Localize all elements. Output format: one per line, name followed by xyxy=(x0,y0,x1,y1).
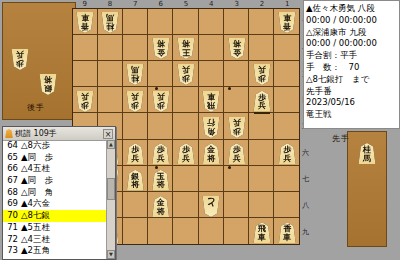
shogi-piece-icon xyxy=(5,129,13,138)
board-cell xyxy=(249,140,274,166)
move-text: ▲2五角 xyxy=(21,245,50,257)
board-cell xyxy=(199,166,224,192)
file-label: 7 xyxy=(123,0,148,8)
move-number: 72 xyxy=(3,234,18,246)
piece-2三-歩兵: 歩兵 xyxy=(253,64,271,85)
piece-6二-金将: 金将 xyxy=(152,38,170,59)
scroll-up-icon[interactable]: ▲ xyxy=(107,140,115,149)
board-cell xyxy=(249,166,274,192)
hand-piece-歩兵: 歩兵 xyxy=(11,49,29,70)
hand-piece-銀将: 銀将 xyxy=(39,74,57,95)
info-line: ▲佐々木勇気 八段 xyxy=(306,3,397,15)
kifu-move-row[interactable]: 71▲5五桂 xyxy=(3,222,106,234)
kifu-move-row[interactable]: 64△8六歩 xyxy=(3,140,106,152)
close-icon[interactable]: × xyxy=(103,129,113,139)
info-line: 00:00 / 00:00:00 xyxy=(306,15,397,27)
board-cell xyxy=(123,218,148,244)
board-cell xyxy=(173,166,198,192)
move-number: 71 xyxy=(3,222,18,234)
board-cell xyxy=(199,35,224,61)
board-cell xyxy=(173,218,198,244)
game-info-panel: ▲佐々木勇気 八段00:00 / 00:00:00△深浦康市 九段00:00 /… xyxy=(303,0,400,129)
piece-6四-歩兵: 歩兵 xyxy=(152,91,170,112)
file-coordinates: 987654321 xyxy=(72,0,300,8)
kifu-move-row[interactable]: 69▲4六金 xyxy=(3,198,106,210)
file-label: 3 xyxy=(224,0,249,8)
move-number: 65 xyxy=(3,152,18,164)
piece-8一-桂馬: 桂馬 xyxy=(101,12,119,33)
move-number: 68 xyxy=(3,187,18,199)
board-cell xyxy=(123,192,148,218)
piece-5六-歩兵: 歩兵 xyxy=(177,143,195,164)
board-cell xyxy=(224,61,249,87)
move-text: △同 角 xyxy=(21,187,53,199)
board-cell xyxy=(148,9,173,35)
file-label: 8 xyxy=(97,0,122,8)
hoshi-dot xyxy=(155,166,158,169)
move-text: △4三桂 xyxy=(21,234,50,246)
piece-6六-歩兵: 歩兵 xyxy=(152,143,170,164)
piece-2四-歩兵: 歩兵 xyxy=(253,91,271,112)
piece-6七-玉将: 玉将 xyxy=(152,170,170,191)
hoshi-dot xyxy=(155,87,158,90)
piece-7三-桂馬: 桂馬 xyxy=(126,64,144,85)
board-cell xyxy=(148,61,173,87)
move-text: ▲4六金 xyxy=(21,198,50,210)
file-label: 2 xyxy=(249,0,274,8)
piece-9四-歩兵: 歩兵 xyxy=(76,91,94,112)
kifu-move-row[interactable]: 68△同 角 xyxy=(3,187,106,199)
piece-5二-王将: 王将 xyxy=(177,38,195,59)
kifu-move-row[interactable]: 65▲同 歩 xyxy=(3,152,106,164)
board-cell xyxy=(249,113,274,139)
file-label: 9 xyxy=(72,0,97,8)
board-cell xyxy=(123,9,148,35)
scroll-down-icon[interactable]: ▼ xyxy=(107,250,115,259)
kifu-move-row[interactable]: 67▲同 歩 xyxy=(3,175,106,187)
board-cell xyxy=(274,166,299,192)
piece-3二-金将: 金将 xyxy=(228,38,246,59)
piece-1一-香車: 香車 xyxy=(278,12,296,33)
info-line: △深浦康市 九段 xyxy=(306,27,397,39)
board-cell xyxy=(249,9,274,35)
move-number: 73 xyxy=(3,245,18,257)
info-line: 2023/05/16 xyxy=(306,97,397,109)
board-cell xyxy=(98,87,123,113)
move-text: ▲同 歩 xyxy=(21,152,53,164)
board-cell xyxy=(224,9,249,35)
board-cell xyxy=(98,61,123,87)
piece-9一-香車: 香車 xyxy=(76,12,94,33)
board-cell xyxy=(224,166,249,192)
rank-label: 七 xyxy=(301,166,310,192)
piece-3五-歩兵: 歩兵 xyxy=(228,117,246,138)
file-label: 5 xyxy=(173,0,198,8)
board-cell xyxy=(199,61,224,87)
kifu-window: 棋譜 109手 × 64△8六歩65▲同 歩66△4五桂67▲同 歩68△同 角… xyxy=(2,126,116,260)
rank-label: 六 xyxy=(301,140,310,166)
board-cell xyxy=(173,87,198,113)
sente-hand-stand: 先手 桂馬 xyxy=(347,131,387,247)
board-cell xyxy=(199,218,224,244)
board-cell xyxy=(274,192,299,218)
move-number: 64 xyxy=(3,140,18,152)
kifu-move-row[interactable]: 66△4五桂 xyxy=(3,163,106,175)
file-label: 1 xyxy=(275,0,300,8)
rank-label: 九 xyxy=(301,219,310,245)
kifu-title-text: 棋譜 109手 xyxy=(15,128,103,139)
move-text: ▲5五桂 xyxy=(21,222,50,234)
kifu-move-row[interactable]: 72△4三桂 xyxy=(3,234,106,246)
hoshi-dot xyxy=(228,87,231,90)
board-cell xyxy=(123,113,148,139)
move-text: △8七銀 xyxy=(21,210,50,222)
gote-hand-stand: 後手 歩兵銀将 xyxy=(2,2,76,120)
info-line: 00:00 / 00:00:00 xyxy=(306,38,397,50)
piece-1六-歩兵: 歩兵 xyxy=(278,143,296,164)
info-line: 竜王戦 xyxy=(306,109,397,121)
board-cell xyxy=(274,35,299,61)
hand-piece-桂馬: 桂馬 xyxy=(358,143,376,164)
board-cell xyxy=(199,9,224,35)
board-cell xyxy=(173,113,198,139)
file-label: 4 xyxy=(199,0,224,8)
piece-7六-歩兵: 歩兵 xyxy=(126,143,144,164)
board-cell xyxy=(73,35,98,61)
file-label: 6 xyxy=(148,0,173,8)
board-cell xyxy=(249,35,274,61)
move-number: 70 xyxy=(3,210,18,222)
piece-3六-歩兵: 歩兵 xyxy=(228,143,246,164)
board-cell xyxy=(224,87,249,113)
move-text: ▲同 歩 xyxy=(21,175,53,187)
info-line: △8七銀打 まで xyxy=(306,74,397,86)
scrollbar-thumb[interactable] xyxy=(107,178,115,200)
kifu-titlebar[interactable]: 棋譜 109手 × xyxy=(3,127,115,141)
board-cell xyxy=(148,218,173,244)
board-cell xyxy=(73,61,98,87)
hoshi-dot xyxy=(228,166,231,169)
move-number: 67 xyxy=(3,175,18,187)
move-number: 69 xyxy=(3,198,18,210)
board-cell xyxy=(173,9,198,35)
board-cell xyxy=(274,113,299,139)
board-cell xyxy=(224,192,249,218)
board-cell xyxy=(249,192,274,218)
gote-label: 後手 xyxy=(27,102,45,113)
move-text: △4五桂 xyxy=(21,163,50,175)
sente-label: 先手 xyxy=(332,133,350,144)
info-line: 先手番 xyxy=(306,86,397,98)
board-cell xyxy=(148,113,173,139)
info-line: 手合割：平手 xyxy=(306,50,397,62)
shogi-app-window: 後手 歩兵銀将 987654321 香車桂馬香車金将王将金将桂馬歩兵歩兵歩兵歩兵… xyxy=(0,0,400,260)
piece-4四-飛車: 飛車 xyxy=(202,91,220,112)
piece-1九-香車: 香車 xyxy=(278,222,296,243)
board-cell xyxy=(98,35,123,61)
board-cell xyxy=(123,35,148,61)
board-cell xyxy=(173,192,198,218)
move-list: 64△8六歩65▲同 歩66△4五桂67▲同 歩68△同 角69▲4六金70△8… xyxy=(3,140,106,259)
piece-2九-飛車: 飛車 xyxy=(253,222,271,243)
piece-6八-金将: 金将 xyxy=(152,196,170,217)
piece-7四-歩兵: 歩兵 xyxy=(126,91,144,112)
kifu-move-row[interactable]: 73▲2五角 xyxy=(3,245,106,257)
info-line: 手 数： 70 xyxy=(306,62,397,74)
move-number: 66 xyxy=(3,163,18,175)
rank-label: 八 xyxy=(301,192,310,218)
kifu-move-row-current[interactable]: 70△8七銀 xyxy=(3,210,106,222)
move-list-scrollbar[interactable]: ▲ ▼ xyxy=(106,140,115,259)
board-cell xyxy=(274,87,299,113)
piece-4六-金将: 金将 xyxy=(202,143,220,164)
piece-4五-角行: 角行 xyxy=(202,117,220,138)
piece-7七-銀将: 銀将 xyxy=(126,170,144,191)
piece-4八-と: と xyxy=(202,196,220,217)
board-cell xyxy=(274,61,299,87)
board-cell xyxy=(224,218,249,244)
move-text: △8六歩 xyxy=(21,140,50,152)
piece-5三-歩兵: 歩兵 xyxy=(177,64,195,85)
